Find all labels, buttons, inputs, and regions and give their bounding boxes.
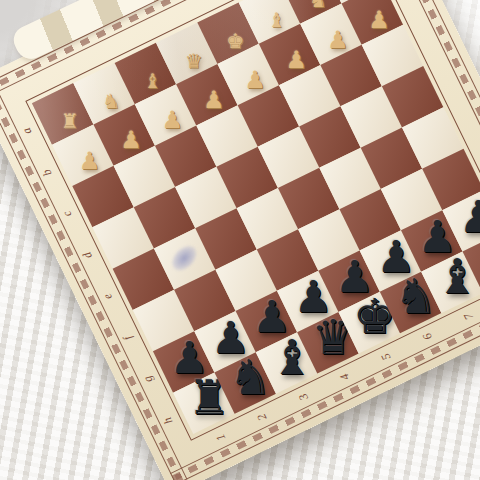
white-pawn[interactable]: ♟ (286, 48, 308, 72)
white-pawn[interactable]: ♟ (368, 8, 390, 32)
chess-board: abcdefgh 12345678 ♜♞♝♛♚♝♞♜♟♟♟♟♟♟♟♟♟♟♟♟♟♟… (0, 0, 480, 480)
photo-scene: abcdefgh 12345678 ♜♞♝♛♚♝♞♜♟♟♟♟♟♟♟♟♟♟♟♟♟♟… (0, 0, 480, 480)
white-king[interactable]: ♚ (226, 31, 244, 51)
white-pawn[interactable]: ♟ (120, 128, 142, 152)
white-pawn[interactable]: ♟ (244, 68, 266, 92)
white-knight[interactable]: ♞ (102, 91, 120, 111)
white-pawn[interactable]: ♟ (162, 108, 184, 132)
white-knight[interactable]: ♞ (309, 0, 327, 10)
ink-stain (167, 240, 202, 275)
white-pawn[interactable]: ♟ (327, 28, 349, 52)
white-queen[interactable]: ♛ (185, 51, 203, 71)
white-rook[interactable]: ♜ (61, 111, 79, 131)
white-bishop[interactable]: ♝ (143, 71, 161, 91)
white-pawn[interactable]: ♟ (203, 88, 225, 112)
white-bishop[interactable]: ♝ (267, 10, 285, 30)
white-pawn[interactable]: ♟ (79, 149, 101, 173)
